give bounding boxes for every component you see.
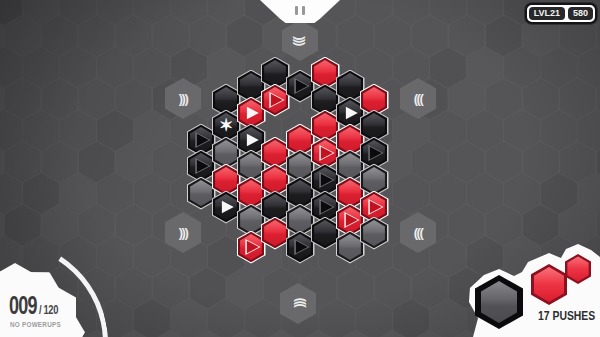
chevron-down-icon: ))) bbox=[293, 36, 308, 45]
move-count: 009 bbox=[9, 293, 37, 318]
level-label: LVL21 bbox=[529, 7, 565, 20]
tray-hex-red-medium bbox=[531, 264, 567, 305]
hex-cell-c7r6-gray[interactable] bbox=[360, 217, 389, 250]
powerups-status: NO POWERUPS bbox=[10, 321, 61, 328]
move-total: / 120 bbox=[39, 302, 58, 317]
chevron-left-icon: ((( bbox=[414, 91, 423, 106]
game-screen: LVL21 580 ))) ))) ))) ))) ((( ((( ✶ 009 … bbox=[0, 0, 600, 337]
chevron-up-icon: ))) bbox=[291, 299, 306, 308]
pushes-count: 17 PUSHES bbox=[538, 308, 595, 323]
score-label: 580 bbox=[568, 7, 593, 20]
level-badge: LVL21 580 bbox=[525, 3, 597, 24]
chevron-left-icon: ((( bbox=[414, 225, 423, 240]
pause-icon bbox=[295, 6, 298, 15]
move-counter: 009 / 120 bbox=[9, 293, 58, 318]
chevron-right-icon: ))) bbox=[179, 91, 188, 106]
pause-icon bbox=[302, 6, 305, 15]
tray-hex-red-small bbox=[565, 254, 591, 284]
tray-hex-dark bbox=[475, 275, 523, 329]
chevron-right-icon: ))) bbox=[179, 225, 188, 240]
